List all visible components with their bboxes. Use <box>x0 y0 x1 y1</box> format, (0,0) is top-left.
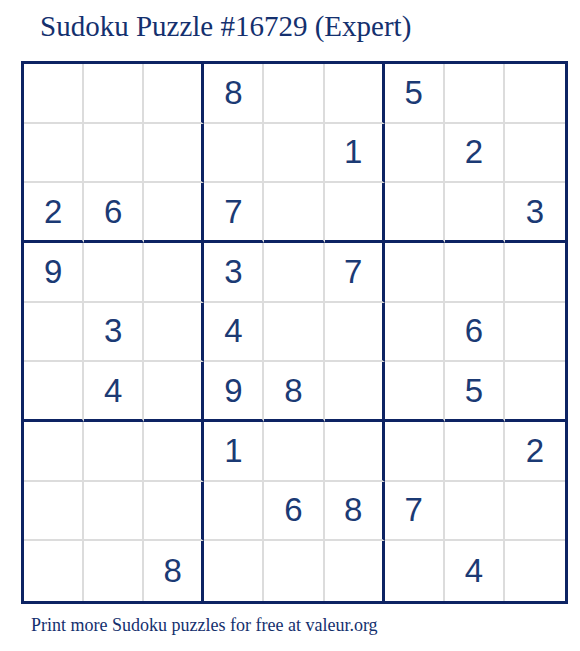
cell-r4c9 <box>505 243 565 303</box>
cell-r6c2: 4 <box>84 362 144 422</box>
cell-r6c6 <box>325 362 385 422</box>
cell-r6c3 <box>144 362 204 422</box>
cell-r2c2 <box>84 124 144 184</box>
cell-r9c4 <box>204 541 264 601</box>
cell-r2c3 <box>144 124 204 184</box>
cell-r2c4 <box>204 124 264 184</box>
cell-r3c5 <box>264 183 324 243</box>
page-title: Sudoku Puzzle #16729 (Expert) <box>40 10 411 43</box>
cell-r5c8: 6 <box>445 303 505 363</box>
cell-r5c2: 3 <box>84 303 144 363</box>
cell-r6c8: 5 <box>445 362 505 422</box>
cell-r7c5 <box>264 422 324 482</box>
cell-r3c7 <box>385 183 445 243</box>
cell-r7c3 <box>144 422 204 482</box>
cell-r8c7: 7 <box>385 482 445 542</box>
sudoku-page: Sudoku Puzzle #16729 (Expert) 8512267393… <box>0 0 580 651</box>
cell-r9c8: 4 <box>445 541 505 601</box>
cell-r5c5 <box>264 303 324 363</box>
cell-r3c8 <box>445 183 505 243</box>
cell-r8c9 <box>505 482 565 542</box>
cell-r3c3 <box>144 183 204 243</box>
cell-r3c9: 3 <box>505 183 565 243</box>
cell-r9c3: 8 <box>144 541 204 601</box>
cell-r6c7 <box>385 362 445 422</box>
cell-r1c1 <box>24 64 84 124</box>
cell-r7c2 <box>84 422 144 482</box>
cell-r3c4: 7 <box>204 183 264 243</box>
cell-r7c7 <box>385 422 445 482</box>
cell-r7c1 <box>24 422 84 482</box>
cell-r2c1 <box>24 124 84 184</box>
cell-r7c4: 1 <box>204 422 264 482</box>
cell-r1c9 <box>505 64 565 124</box>
cell-r7c9: 2 <box>505 422 565 482</box>
cell-r3c6 <box>325 183 385 243</box>
cell-r6c1 <box>24 362 84 422</box>
cell-r8c3 <box>144 482 204 542</box>
cell-r2c7 <box>385 124 445 184</box>
cell-r8c6: 8 <box>325 482 385 542</box>
cell-r4c6: 7 <box>325 243 385 303</box>
cell-r9c7 <box>385 541 445 601</box>
cell-r6c5: 8 <box>264 362 324 422</box>
cell-r4c8 <box>445 243 505 303</box>
footer-text: Print more Sudoku puzzles for free at va… <box>31 615 378 636</box>
cell-r1c2 <box>84 64 144 124</box>
cell-r8c4 <box>204 482 264 542</box>
cell-r8c8 <box>445 482 505 542</box>
cell-r1c4: 8 <box>204 64 264 124</box>
cell-r5c4: 4 <box>204 303 264 363</box>
cell-r2c5 <box>264 124 324 184</box>
cell-r9c9 <box>505 541 565 601</box>
cell-r5c1 <box>24 303 84 363</box>
cell-r2c6: 1 <box>325 124 385 184</box>
cell-r8c1 <box>24 482 84 542</box>
cell-r9c5 <box>264 541 324 601</box>
cell-r4c5 <box>264 243 324 303</box>
cell-r6c9 <box>505 362 565 422</box>
cell-r9c1 <box>24 541 84 601</box>
cell-r1c3 <box>144 64 204 124</box>
cell-r5c3 <box>144 303 204 363</box>
cell-r1c7: 5 <box>385 64 445 124</box>
cell-r8c2 <box>84 482 144 542</box>
cell-r7c6 <box>325 422 385 482</box>
cell-r9c2 <box>84 541 144 601</box>
cell-r8c5: 6 <box>264 482 324 542</box>
cell-r1c6 <box>325 64 385 124</box>
cell-r9c6 <box>325 541 385 601</box>
cell-r1c5 <box>264 64 324 124</box>
cell-r7c8 <box>445 422 505 482</box>
cell-r4c4: 3 <box>204 243 264 303</box>
sudoku-board: 8512267393734649851268784 <box>21 61 568 604</box>
cell-r5c9 <box>505 303 565 363</box>
cell-r4c7 <box>385 243 445 303</box>
cell-r1c8 <box>445 64 505 124</box>
cell-r5c7 <box>385 303 445 363</box>
cell-r3c2: 6 <box>84 183 144 243</box>
cell-r4c2 <box>84 243 144 303</box>
cell-r2c8: 2 <box>445 124 505 184</box>
cell-r6c4: 9 <box>204 362 264 422</box>
cell-r4c3 <box>144 243 204 303</box>
cell-r2c9 <box>505 124 565 184</box>
cell-r4c1: 9 <box>24 243 84 303</box>
cell-r3c1: 2 <box>24 183 84 243</box>
cell-r5c6 <box>325 303 385 363</box>
